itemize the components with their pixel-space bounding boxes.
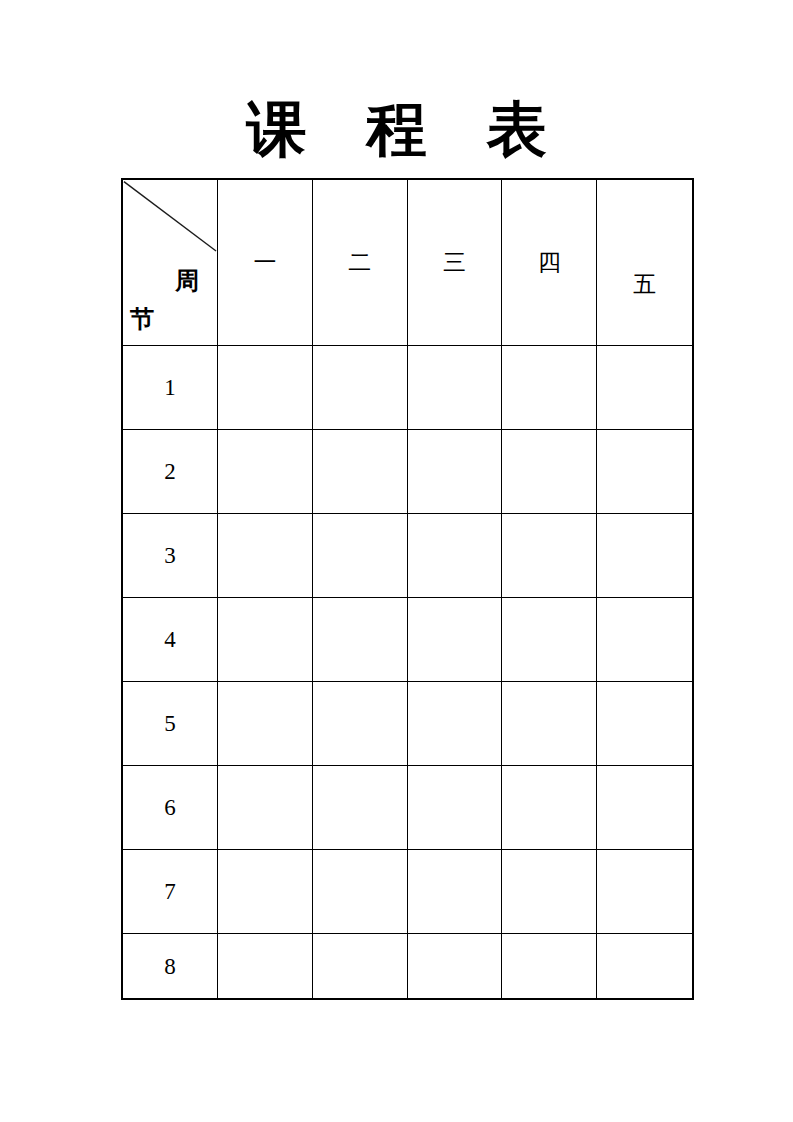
period-label-cell: 2 bbox=[123, 430, 218, 514]
schedule-table: 周 节 一 二 三 四 五 1 2 3 4 bbox=[121, 178, 694, 1000]
schedule-cell[interactable] bbox=[408, 430, 503, 514]
schedule-cell[interactable] bbox=[313, 766, 408, 850]
day-label-mon: 一 bbox=[253, 251, 276, 274]
period-number: 6 bbox=[164, 796, 176, 819]
day-header-mon: 一 bbox=[218, 180, 313, 346]
schedule-cell[interactable] bbox=[218, 514, 313, 598]
period-label-cell: 1 bbox=[123, 346, 218, 430]
period-label-cell: 3 bbox=[123, 514, 218, 598]
schedule-cell[interactable] bbox=[502, 766, 597, 850]
schedule-cell[interactable] bbox=[218, 430, 313, 514]
period-number: 4 bbox=[164, 628, 176, 651]
schedule-cell[interactable] bbox=[597, 682, 692, 766]
period-number: 5 bbox=[164, 712, 176, 735]
day-label-tue: 二 bbox=[348, 251, 371, 274]
schedule-cell[interactable] bbox=[313, 934, 408, 998]
page-title: 课 程 表 bbox=[0, 97, 793, 163]
corner-label-period: 节 bbox=[130, 307, 154, 331]
period-label-cell: 4 bbox=[123, 598, 218, 682]
day-header-fri: 五 bbox=[597, 180, 692, 346]
schedule-cell[interactable] bbox=[502, 514, 597, 598]
schedule-cell[interactable] bbox=[408, 514, 503, 598]
schedule-cell[interactable] bbox=[502, 682, 597, 766]
schedule-cell[interactable] bbox=[597, 850, 692, 934]
period-number: 2 bbox=[164, 460, 176, 483]
schedule-cell[interactable] bbox=[597, 514, 692, 598]
schedule-cell[interactable] bbox=[408, 934, 503, 998]
schedule-cell[interactable] bbox=[313, 850, 408, 934]
schedule-cell[interactable] bbox=[408, 682, 503, 766]
schedule-cell[interactable] bbox=[408, 598, 503, 682]
schedule-cell[interactable] bbox=[502, 346, 597, 430]
schedule-cell[interactable] bbox=[597, 430, 692, 514]
schedule-cell[interactable] bbox=[597, 766, 692, 850]
period-label-cell: 6 bbox=[123, 766, 218, 850]
schedule-cell[interactable] bbox=[313, 430, 408, 514]
schedule-cell[interactable] bbox=[313, 346, 408, 430]
schedule-cell[interactable] bbox=[408, 346, 503, 430]
schedule-cell[interactable] bbox=[597, 346, 692, 430]
schedule-cell[interactable] bbox=[502, 850, 597, 934]
period-label-cell: 5 bbox=[123, 682, 218, 766]
period-number: 8 bbox=[164, 955, 176, 978]
period-label-cell: 7 bbox=[123, 850, 218, 934]
period-number: 1 bbox=[164, 376, 176, 399]
schedule-cell[interactable] bbox=[313, 514, 408, 598]
schedule-cell[interactable] bbox=[502, 934, 597, 998]
corner-label-week: 周 bbox=[175, 269, 199, 293]
day-header-tue: 二 bbox=[313, 180, 408, 346]
corner-cell: 周 节 bbox=[123, 180, 218, 346]
schedule-cell[interactable] bbox=[313, 598, 408, 682]
day-header-thu: 四 bbox=[502, 180, 597, 346]
period-label-cell: 8 bbox=[123, 934, 218, 998]
schedule-cell[interactable] bbox=[408, 850, 503, 934]
schedule-cell[interactable] bbox=[218, 934, 313, 998]
day-label-wed: 三 bbox=[443, 251, 466, 274]
period-number: 3 bbox=[164, 544, 176, 567]
schedule-cell[interactable] bbox=[218, 682, 313, 766]
day-label-thu: 四 bbox=[538, 251, 561, 274]
schedule-cell[interactable] bbox=[218, 598, 313, 682]
schedule-cell[interactable] bbox=[597, 934, 692, 998]
schedule-cell[interactable] bbox=[502, 430, 597, 514]
schedule-cell[interactable] bbox=[218, 346, 313, 430]
schedule-cell[interactable] bbox=[313, 682, 408, 766]
schedule-cell[interactable] bbox=[218, 850, 313, 934]
schedule-cell[interactable] bbox=[218, 766, 313, 850]
day-header-wed: 三 bbox=[408, 180, 503, 346]
schedule-cell[interactable] bbox=[502, 598, 597, 682]
schedule-cell[interactable] bbox=[597, 598, 692, 682]
schedule-cell[interactable] bbox=[408, 766, 503, 850]
period-number: 7 bbox=[164, 880, 176, 903]
day-label-fri: 五 bbox=[633, 273, 656, 296]
